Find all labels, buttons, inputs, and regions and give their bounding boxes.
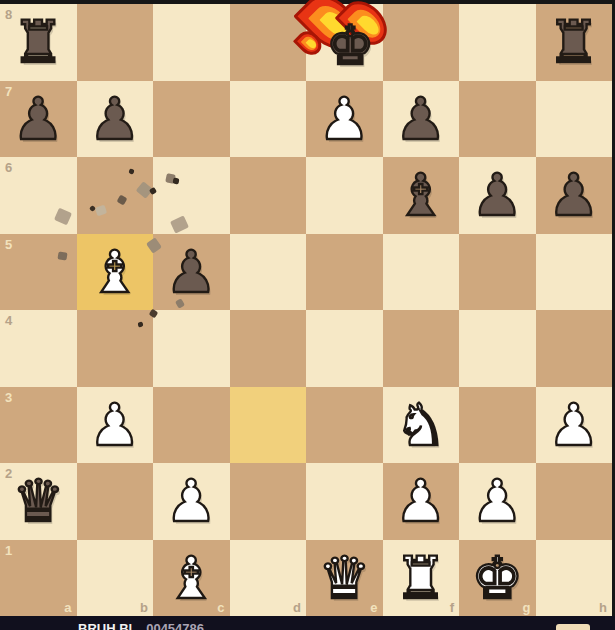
piece-wp-e7[interactable]: ♟ [318, 90, 370, 148]
square-e2[interactable] [306, 463, 383, 540]
piece-wq-e1[interactable]: ♛ [318, 549, 370, 607]
rank-label-7: 7 [5, 84, 12, 99]
square-c5[interactable]: ♟ [153, 234, 230, 311]
piece-bq-a2[interactable]: ♛ [12, 472, 64, 530]
file-label-a: a [64, 600, 71, 615]
square-c2[interactable]: ♟ [153, 463, 230, 540]
piece-wk-g1[interactable]: ♚ [471, 549, 523, 607]
rank-label-6: 6 [5, 160, 12, 175]
square-c7[interactable] [153, 81, 230, 158]
rank-label-5: 5 [5, 237, 12, 252]
square-c6[interactable] [153, 157, 230, 234]
square-d1[interactable]: d [230, 540, 307, 617]
square-b8[interactable] [77, 4, 154, 81]
square-f6[interactable]: ♝ [383, 157, 460, 234]
piece-wb-c1[interactable]: ♝ [165, 549, 217, 607]
square-e6[interactable] [306, 157, 383, 234]
square-d7[interactable] [230, 81, 307, 158]
file-label-b: b [140, 600, 148, 615]
chess-app-window: ♜8♚♜♟7♟♟♟6♝♟♟5♝♟43♟♞♟♛2♟♟♟1ab♝cd♛e♜f♚gh … [0, 0, 615, 630]
square-h7[interactable] [536, 81, 613, 158]
square-g8[interactable] [459, 4, 536, 81]
square-a1[interactable]: 1a [0, 540, 77, 617]
piece-bp-g6[interactable]: ♟ [471, 166, 523, 224]
piece-wn-f3[interactable]: ♞ [395, 396, 447, 454]
square-g5[interactable] [459, 234, 536, 311]
piece-bp-b7[interactable]: ♟ [89, 90, 141, 148]
square-e1[interactable]: ♛e [306, 540, 383, 617]
square-h2[interactable] [536, 463, 613, 540]
player-number: 00454786 [146, 621, 204, 630]
square-g6[interactable]: ♟ [459, 157, 536, 234]
square-d6[interactable] [230, 157, 307, 234]
rank-label-4: 4 [5, 313, 12, 328]
square-h8[interactable]: ♜ [536, 4, 613, 81]
clock-chip [556, 624, 590, 630]
piece-wp-c2[interactable]: ♟ [165, 472, 217, 530]
square-h3[interactable]: ♟ [536, 387, 613, 464]
file-label-g: g [523, 600, 531, 615]
square-a6[interactable]: 6 [0, 157, 77, 234]
square-a4[interactable]: 4 [0, 310, 77, 387]
player-status-bar: BRUH Bl00454786 [0, 616, 615, 630]
piece-br-a8[interactable]: ♜ [12, 13, 64, 71]
square-g7[interactable] [459, 81, 536, 158]
square-f1[interactable]: ♜f [383, 540, 460, 617]
square-f3[interactable]: ♞ [383, 387, 460, 464]
square-f5[interactable] [383, 234, 460, 311]
square-a7[interactable]: ♟7 [0, 81, 77, 158]
square-a8[interactable]: ♜8 [0, 4, 77, 81]
square-d8[interactable] [230, 4, 307, 81]
square-b7[interactable]: ♟ [77, 81, 154, 158]
square-b6[interactable] [77, 157, 154, 234]
square-c3[interactable] [153, 387, 230, 464]
square-g2[interactable]: ♟ [459, 463, 536, 540]
square-e5[interactable] [306, 234, 383, 311]
square-h6[interactable]: ♟ [536, 157, 613, 234]
square-g4[interactable] [459, 310, 536, 387]
square-g1[interactable]: ♚g [459, 540, 536, 617]
square-a3[interactable]: 3 [0, 387, 77, 464]
piece-bp-c5[interactable]: ♟ [165, 243, 217, 301]
square-d3[interactable] [230, 387, 307, 464]
square-b3[interactable]: ♟ [77, 387, 154, 464]
file-label-d: d [293, 600, 301, 615]
piece-bk-e8[interactable]: ♚ [326, 19, 374, 73]
square-h4[interactable] [536, 310, 613, 387]
square-e4[interactable] [306, 310, 383, 387]
piece-bp-h6[interactable]: ♟ [548, 166, 600, 224]
piece-br-h8[interactable]: ♜ [548, 13, 600, 71]
rank-label-2: 2 [5, 466, 12, 481]
status-text: BRUH Bl00454786 [78, 621, 204, 630]
file-label-e: e [370, 600, 377, 615]
square-f8[interactable] [383, 4, 460, 81]
square-f4[interactable] [383, 310, 460, 387]
rank-label-8: 8 [5, 7, 12, 22]
square-c1[interactable]: ♝c [153, 540, 230, 617]
piece-bp-a7[interactable]: ♟ [12, 90, 64, 148]
square-d2[interactable] [230, 463, 307, 540]
file-label-h: h [599, 600, 607, 615]
piece-wp-h3[interactable]: ♟ [548, 396, 600, 454]
square-a5[interactable]: 5 [0, 234, 77, 311]
square-h1[interactable]: h [536, 540, 613, 617]
square-b1[interactable]: b [77, 540, 154, 617]
square-e8[interactable]: ♚ [306, 4, 383, 81]
square-a2[interactable]: ♛2 [0, 463, 77, 540]
player-name: BRUH Bl [78, 621, 132, 630]
square-d5[interactable] [230, 234, 307, 311]
piece-wp-f2[interactable]: ♟ [395, 472, 447, 530]
square-c4[interactable] [153, 310, 230, 387]
square-d4[interactable] [230, 310, 307, 387]
square-g3[interactable] [459, 387, 536, 464]
piece-wr-f1[interactable]: ♜ [395, 549, 447, 607]
piece-wp-g2[interactable]: ♟ [471, 472, 523, 530]
chess-board[interactable]: ♜8♚♜♟7♟♟♟6♝♟♟5♝♟43♟♞♟♛2♟♟♟1ab♝cd♛e♜f♚gh [0, 4, 612, 616]
square-b4[interactable] [77, 310, 154, 387]
square-f7[interactable]: ♟ [383, 81, 460, 158]
square-f2[interactable]: ♟ [383, 463, 460, 540]
square-e7[interactable]: ♟ [306, 81, 383, 158]
square-b2[interactable] [77, 463, 154, 540]
piece-wb-b5[interactable]: ♝ [89, 243, 141, 301]
piece-bp-f7[interactable]: ♟ [395, 90, 447, 148]
square-e3[interactable] [306, 387, 383, 464]
square-b5[interactable]: ♝ [77, 234, 154, 311]
square-c8[interactable] [153, 4, 230, 81]
square-h5[interactable] [536, 234, 613, 311]
file-label-f: f [450, 600, 454, 615]
rank-label-3: 3 [5, 390, 12, 405]
piece-bb-f6[interactable]: ♝ [395, 166, 447, 224]
rank-label-1: 1 [5, 543, 12, 558]
piece-wp-b3[interactable]: ♟ [89, 396, 141, 454]
file-label-c: c [217, 600, 224, 615]
